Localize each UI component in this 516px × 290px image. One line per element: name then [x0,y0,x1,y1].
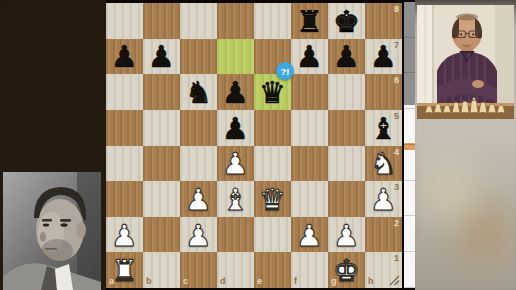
square-c2[interactable]: ♟ [180,217,217,253]
move-annotation-bubble: ?! [276,62,294,80]
square-d1[interactable]: d [217,252,254,288]
square-f3[interactable] [291,181,328,217]
chess-board: ♜♚8♟♟♟♟7♟♞♟♛6♟5♝♟4♞♟♝♛3♟♟♟♟♟2a♜bcdefg♚1h [106,3,402,288]
square-c6[interactable]: ♞ [180,74,217,110]
white-rook-a1[interactable]: ♜ [106,252,143,288]
square-c3[interactable]: ♟ [180,181,217,217]
square-a7[interactable]: ♟ [106,39,143,75]
square-h7[interactable]: 7♟ [365,39,402,75]
file-label-d: d [220,277,226,286]
square-d4[interactable]: ♟ [217,146,254,182]
square-c1[interactable]: c [180,252,217,288]
square-a3[interactable] [106,181,143,217]
square-e8[interactable] [254,3,291,39]
square-h6[interactable]: 6 [365,74,402,110]
black-pawn-f7[interactable]: ♟ [291,39,328,75]
square-b4[interactable] [143,146,180,182]
square-c8[interactable] [180,3,217,39]
black-pawn-h7[interactable]: ♟ [365,39,402,75]
square-h5[interactable]: 5♝ [365,110,402,146]
square-h8[interactable]: 8 [365,3,402,39]
square-g6[interactable] [328,74,365,110]
file-label-c: c [183,277,188,286]
white-bishop-d3[interactable]: ♝ [217,181,254,217]
white-queen-e3[interactable]: ♛ [254,181,291,217]
square-a5[interactable] [106,110,143,146]
square-f5[interactable] [291,110,328,146]
square-b2[interactable] [143,217,180,253]
square-g3[interactable] [328,181,365,217]
square-f8[interactable]: ♜ [291,3,328,39]
file-label-h: h [368,277,374,286]
square-a1[interactable]: a♜ [106,252,143,288]
square-c5[interactable] [180,110,217,146]
black-pawn-d5[interactable]: ♟ [217,110,254,146]
square-d3[interactable]: ♝ [217,181,254,217]
white-player-photo [417,5,514,119]
rank-label-8: 8 [394,5,399,14]
square-h3[interactable]: 3♟ [365,181,402,217]
black-pawn-g7[interactable]: ♟ [328,39,365,75]
square-a6[interactable] [106,74,143,110]
square-f4[interactable] [291,146,328,182]
square-a2[interactable]: ♟ [106,217,143,253]
square-g5[interactable] [328,110,365,146]
white-pawn-g2[interactable]: ♟ [328,217,365,253]
rank-label-6: 6 [394,76,399,85]
board-resize-handle[interactable] [388,274,400,286]
black-bishop-h5[interactable]: ♝ [365,110,402,146]
square-a8[interactable] [106,3,143,39]
black-king-g8[interactable]: ♚ [328,3,365,39]
white-pawn-h3[interactable]: ♟ [365,181,402,217]
file-label-b: b [146,277,152,286]
square-g2[interactable]: ♟ [328,217,365,253]
square-d7[interactable] [217,39,254,75]
rank-label-1: 1 [394,254,399,263]
black-rook-f8[interactable]: ♜ [291,3,328,39]
black-pawn-d6[interactable]: ♟ [217,74,254,110]
square-d8[interactable] [217,3,254,39]
black-pawn-a7[interactable]: ♟ [106,39,143,75]
square-g7[interactable]: ♟ [328,39,365,75]
square-b1[interactable]: b [143,252,180,288]
square-g8[interactable]: ♚ [328,3,365,39]
square-d2[interactable] [217,217,254,253]
black-player-photo [3,172,101,290]
square-e5[interactable] [254,110,291,146]
black-knight-c6[interactable]: ♞ [180,74,217,110]
square-g1[interactable]: g♚ [328,252,365,288]
rank-label-2: 2 [394,219,399,228]
file-label-f: f [294,277,297,286]
square-g4[interactable] [328,146,365,182]
square-f1[interactable]: f [291,252,328,288]
square-e4[interactable] [254,146,291,182]
evaluation-bar [404,2,415,288]
square-a4[interactable] [106,146,143,182]
square-d6[interactable]: ♟ [217,74,254,110]
square-b3[interactable] [143,181,180,217]
square-b7[interactable]: ♟ [143,39,180,75]
square-f6[interactable] [291,74,328,110]
square-h4[interactable]: 4♞ [365,146,402,182]
white-pawn-d4[interactable]: ♟ [217,146,254,182]
white-pawn-a2[interactable]: ♟ [106,217,143,253]
white-pawn-f2[interactable]: ♟ [291,217,328,253]
black-pawn-b7[interactable]: ♟ [143,39,180,75]
square-d5[interactable]: ♟ [217,110,254,146]
file-label-e: e [257,277,262,286]
square-c7[interactable] [180,39,217,75]
white-pawn-c3[interactable]: ♟ [180,181,217,217]
square-f7[interactable]: ♟ [291,39,328,75]
square-b6[interactable] [143,74,180,110]
square-e2[interactable] [254,217,291,253]
white-knight-h4[interactable]: ♞ [365,146,402,182]
square-c4[interactable] [180,146,217,182]
square-b8[interactable] [143,3,180,39]
evaluation-bar-segments [404,2,415,288]
square-b5[interactable] [143,110,180,146]
square-e1[interactable]: e [254,252,291,288]
white-pawn-c2[interactable]: ♟ [180,217,217,253]
square-h2[interactable]: 2 [365,217,402,253]
white-king-g1[interactable]: ♚ [328,252,365,288]
square-e3[interactable]: ♛ [254,181,291,217]
square-f2[interactable]: ♟ [291,217,328,253]
